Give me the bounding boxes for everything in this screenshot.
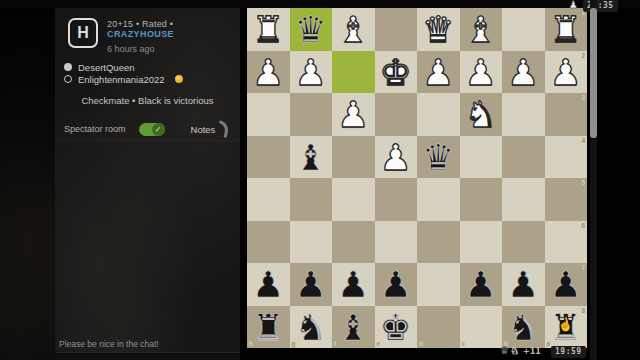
square-d3[interactable] <box>417 93 460 136</box>
square-b7[interactable]: ♟ <box>502 263 545 306</box>
square-c6[interactable] <box>460 221 503 264</box>
pawn-icon: ♟ <box>569 0 578 12</box>
rank-label: 2 <box>581 52 585 59</box>
square-b2[interactable]: ♟ <box>502 51 545 94</box>
square-h6[interactable] <box>247 221 290 264</box>
rank-label: 7 <box>581 264 585 271</box>
square-c4[interactable] <box>460 136 503 179</box>
square-f2[interactable] <box>332 51 375 94</box>
square-h5[interactable] <box>247 178 290 221</box>
square-b8[interactable]: ♞b <box>502 306 545 349</box>
lichess-game-screen: H 20+15 • Rated • CRAZYHOUSE 6 hours ago… <box>0 0 640 360</box>
piece-black-rook[interactable]: ♜ <box>247 306 290 349</box>
square-g7[interactable]: ♟ <box>290 263 333 306</box>
game-info-panel: H 20+15 • Rated • CRAZYHOUSE 6 hours ago… <box>55 8 240 360</box>
piece-black-knight[interactable]: ♞ <box>502 306 545 349</box>
square-f4[interactable] <box>332 136 375 179</box>
crazyhouse-variant-icon: H <box>68 18 98 48</box>
tab-spectator-room[interactable]: Spectator room <box>64 124 126 134</box>
piece-white-pawn[interactable]: ♟ <box>417 51 460 94</box>
queen-icon: ♛ <box>500 344 509 358</box>
piece-white-pawn[interactable]: ♟ <box>502 51 545 94</box>
background-paw-shape <box>215 120 231 139</box>
square-c8[interactable]: c <box>460 306 503 349</box>
bottom-material-diff: ♛♞+11 <box>500 344 541 358</box>
piece-white-pawn[interactable]: ♟ <box>247 51 290 94</box>
material-score: +11 <box>523 347 541 356</box>
scrollbar-thumb[interactable] <box>590 8 597 138</box>
square-b5[interactable] <box>502 178 545 221</box>
piece-black-bishop[interactable]: ♝ <box>290 136 333 179</box>
square-h7[interactable]: ♟ <box>247 263 290 306</box>
game-meta-line: 20+15 • Rated • CRAZYHOUSE <box>107 19 232 39</box>
piece-white-knight[interactable]: ♞ <box>460 93 503 136</box>
file-label: f <box>334 340 336 347</box>
file-label: h <box>249 340 253 347</box>
piece-white-queen[interactable]: ♛ <box>417 8 460 51</box>
square-h8[interactable]: ♜h <box>247 306 290 349</box>
chat-input[interactable] <box>55 352 240 360</box>
square-a1[interactable]: ♜1 <box>545 8 588 51</box>
rank-label: 8 <box>581 307 585 314</box>
piece-white-pawn[interactable]: ♟ <box>375 136 418 179</box>
square-h3[interactable] <box>247 93 290 136</box>
file-label: c <box>462 340 466 347</box>
square-c3[interactable]: ♞ <box>460 93 503 136</box>
piece-black-queen[interactable]: ♛ <box>290 8 333 51</box>
piece-white-pawn[interactable]: ♟ <box>290 51 333 94</box>
square-g6[interactable] <box>290 221 333 264</box>
piece-white-pawn[interactable]: ♟ <box>332 93 375 136</box>
rank-label: 3 <box>581 94 585 101</box>
square-a3[interactable]: 3 <box>545 93 588 136</box>
square-d6[interactable] <box>417 221 460 264</box>
variant-link[interactable]: CRAZYHOUSE <box>107 29 174 39</box>
tab-notes[interactable]: Notes <box>191 124 216 135</box>
square-d7[interactable] <box>417 263 460 306</box>
player-list: DesertQueen Enlightenmania2022 <box>64 61 240 85</box>
file-label: g <box>292 340 296 347</box>
square-e4[interactable]: ♟ <box>375 136 418 179</box>
file-label: d <box>419 340 423 347</box>
piece-black-pawn[interactable]: ♟ <box>502 263 545 306</box>
square-d4[interactable]: ♛ <box>417 136 460 179</box>
chat-notice: Please be nice in the chat! <box>55 337 240 352</box>
chat-messages-area[interactable] <box>55 141 240 337</box>
square-g3[interactable] <box>290 93 333 136</box>
rank-label: 4 <box>581 137 585 144</box>
game-meta: 20+15 • Rated • CRAZYHOUSE 6 hours ago <box>107 18 232 54</box>
player-name-white[interactable]: DesertQueen <box>78 62 135 73</box>
piece-black-king[interactable]: ♚ <box>375 306 418 349</box>
square-a5[interactable]: 5 <box>545 178 588 221</box>
time-control-rated: 20+15 • Rated • <box>107 19 173 29</box>
piece-white-king[interactable]: ♚ <box>375 51 418 94</box>
square-d2[interactable]: ♟ <box>417 51 460 94</box>
player-row-white: DesertQueen <box>64 61 240 73</box>
piece-white-pawn[interactable]: ♟ <box>460 51 503 94</box>
file-label: a <box>547 340 551 347</box>
piece-white-bishop[interactable]: ♝ <box>332 8 375 51</box>
piece-black-pawn[interactable]: ♟ <box>332 263 375 306</box>
square-e3[interactable] <box>375 93 418 136</box>
square-f5[interactable] <box>332 178 375 221</box>
square-g8[interactable]: ♞g <box>290 306 333 349</box>
square-f3[interactable]: ♟ <box>332 93 375 136</box>
piece-white-bishop[interactable]: ♝ <box>460 8 503 51</box>
square-f6[interactable] <box>332 221 375 264</box>
white-player-color-icon <box>64 63 72 71</box>
game-time-ago: 6 hours ago <box>107 44 232 54</box>
square-e2[interactable]: ♚ <box>375 51 418 94</box>
rank-label: 5 <box>581 179 585 186</box>
piece-black-pawn[interactable]: ♟ <box>460 263 503 306</box>
variant-icon-letter: H <box>77 24 89 42</box>
square-c1[interactable]: ♝ <box>460 8 503 51</box>
top-material-diff: ♟ <box>569 0 578 12</box>
square-h1[interactable]: ♜ <box>247 8 290 51</box>
file-label: e <box>377 340 381 347</box>
square-c5[interactable] <box>460 178 503 221</box>
square-b3[interactable] <box>502 93 545 136</box>
square-a6[interactable]: 6 <box>545 221 588 264</box>
square-a7[interactable]: ♟7 <box>545 263 588 306</box>
piece-black-queen[interactable]: ♛ <box>417 136 460 179</box>
knight-icon: ♞ <box>510 344 519 358</box>
bottom-clock: 19:59 <box>551 346 586 358</box>
square-f8[interactable]: ♝f <box>332 306 375 349</box>
piece-white-rook[interactable]: ♜ <box>247 8 290 51</box>
square-d8[interactable]: d <box>417 306 460 349</box>
piece-black-pawn[interactable]: ♟ <box>247 263 290 306</box>
toggle-check-icon: ✓ <box>152 123 165 136</box>
square-a2[interactable]: ♟2 <box>545 51 588 94</box>
game-result-text: Checkmate • Black is victorious <box>55 95 240 106</box>
chat-toggle[interactable]: ✓ <box>139 123 165 136</box>
top-clock: 20:35 <box>583 0 618 12</box>
square-g5[interactable] <box>290 178 333 221</box>
square-e6[interactable] <box>375 221 418 264</box>
bottom-clock-time: 19:59 <box>555 347 582 356</box>
square-g1[interactable]: ♛ <box>290 8 333 51</box>
piece-black-bishop[interactable]: ♝ <box>332 306 375 349</box>
square-c2[interactable]: ♟ <box>460 51 503 94</box>
square-g4[interactable]: ♝ <box>290 136 333 179</box>
square-h4[interactable] <box>247 136 290 179</box>
game-header: H 20+15 • Rated • CRAZYHOUSE 6 hours ago <box>68 18 232 54</box>
square-e7[interactable]: ♟ <box>375 263 418 306</box>
square-h2[interactable]: ♟ <box>247 51 290 94</box>
square-e1[interactable] <box>375 8 418 51</box>
square-d5[interactable] <box>417 178 460 221</box>
chess-board: ♜♛♝♛♝♜1♟♟♚♟♟♟♟2♟♞3♝♟♛456♟♟♟♟♟♟♟7♜h♞g♝f♚e… <box>247 8 587 348</box>
square-b6[interactable] <box>502 221 545 264</box>
square-b4[interactable] <box>502 136 545 179</box>
square-d1[interactable]: ♛ <box>417 8 460 51</box>
piece-black-pawn[interactable]: ♟ <box>375 263 418 306</box>
square-f7[interactable]: ♟ <box>332 263 375 306</box>
square-g2[interactable]: ♟ <box>290 51 333 94</box>
square-e5[interactable] <box>375 178 418 221</box>
square-a4[interactable]: 4 <box>545 136 588 179</box>
player-row-black: Enlightenmania2022 <box>64 73 240 85</box>
square-b1[interactable] <box>502 8 545 51</box>
chat-header: Spectator room ✓ Notes <box>55 118 240 141</box>
rank-label: 6 <box>581 222 585 229</box>
square-f1[interactable]: ♝ <box>332 8 375 51</box>
square-c7[interactable]: ♟ <box>460 263 503 306</box>
top-strip <box>0 0 640 8</box>
black-player-color-icon <box>64 75 72 83</box>
scrollbar[interactable] <box>590 0 597 360</box>
player-name-black[interactable]: Enlightenmania2022 <box>78 74 165 85</box>
square-e8[interactable]: ♚e <box>375 306 418 349</box>
piece-black-knight[interactable]: ♞ <box>290 306 333 349</box>
piece-black-pawn[interactable]: ♟ <box>290 263 333 306</box>
player-flair-icon <box>175 75 183 83</box>
